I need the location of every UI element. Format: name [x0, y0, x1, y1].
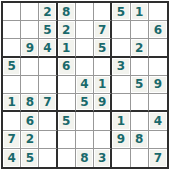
- sudoku-board: 28515276941525634159187596514729845837: [1, 1, 169, 169]
- cell-value: 7: [95, 22, 109, 37]
- sudoku-cell-r8c2[interactable]: 2: [21, 131, 39, 149]
- cell-value: 5: [132, 77, 147, 92]
- sudoku-cell-r3c7[interactable]: [112, 39, 130, 57]
- sudoku-cell-r8c7[interactable]: 9: [112, 131, 130, 149]
- cell-value: 9: [95, 95, 109, 109]
- sudoku-cell-r8c4[interactable]: [58, 131, 76, 149]
- sudoku-cell-r9c4[interactable]: [58, 149, 76, 167]
- sudoku-cell-r4c7[interactable]: 3: [112, 58, 130, 76]
- cell-value: [132, 59, 147, 74]
- cell-value: 9: [150, 77, 166, 92]
- cell-value: 5: [22, 150, 37, 166]
- cell-value: 5: [40, 22, 54, 37]
- cell-value: [4, 22, 19, 37]
- cell-value: [22, 4, 37, 19]
- sudoku-cell-r5c6[interactable]: 1: [94, 76, 112, 94]
- sudoku-cell-r6c3[interactable]: 7: [39, 94, 57, 112]
- sudoku-cell-r6c9[interactable]: [149, 94, 167, 112]
- sudoku-cell-r5c5[interactable]: 4: [76, 76, 94, 94]
- sudoku-cell-r2c4[interactable]: 2: [58, 21, 76, 39]
- cell-value: [77, 59, 92, 74]
- sudoku-cell-r1c8[interactable]: 1: [131, 3, 149, 21]
- sudoku-cell-r1c5[interactable]: [76, 3, 94, 21]
- sudoku-cell-r9c5[interactable]: 8: [76, 149, 94, 167]
- cell-value: [59, 77, 74, 92]
- cell-value: 1: [95, 77, 109, 92]
- sudoku-cell-r2c8[interactable]: [131, 21, 149, 39]
- cell-value: [150, 40, 166, 54]
- sudoku-cell-r8c6[interactable]: [94, 131, 112, 149]
- sudoku-cell-r7c7[interactable]: 1: [112, 112, 130, 130]
- cell-value: [77, 22, 92, 37]
- cell-value: [40, 132, 54, 147]
- cell-value: 8: [77, 150, 92, 166]
- sudoku-cell-r9c1[interactable]: 4: [3, 149, 21, 167]
- sudoku-cell-r4c8[interactable]: [131, 58, 149, 76]
- cell-value: 1: [113, 113, 128, 128]
- sudoku-cell-r1c6[interactable]: [94, 3, 112, 21]
- sudoku-cell-r1c4[interactable]: 8: [58, 3, 76, 21]
- cell-value: [4, 113, 19, 128]
- sudoku-cell-r6c7[interactable]: [112, 94, 130, 112]
- sudoku-cell-r7c5[interactable]: [76, 112, 94, 130]
- sudoku-cell-r3c6[interactable]: 5: [94, 39, 112, 57]
- sudoku-cell-r6c1[interactable]: 1: [3, 94, 21, 112]
- cell-value: [132, 150, 147, 166]
- cell-value: 8: [132, 132, 147, 147]
- sudoku-cell-r4c3[interactable]: [39, 58, 57, 76]
- sudoku-cell-r9c3[interactable]: [39, 149, 57, 167]
- cell-value: 6: [22, 113, 37, 128]
- cell-value: 8: [22, 95, 37, 109]
- sudoku-cell-r1c7[interactable]: 5: [112, 3, 130, 21]
- cell-value: [40, 113, 54, 128]
- cell-value: [150, 4, 166, 19]
- cell-value: [59, 95, 74, 109]
- sudoku-cell-r3c2[interactable]: 9: [21, 39, 39, 57]
- sudoku-cell-r5c1[interactable]: [3, 76, 21, 94]
- cell-value: 2: [40, 4, 54, 19]
- sudoku-cell-r9c2[interactable]: 5: [21, 149, 39, 167]
- sudoku-cell-r8c5[interactable]: [76, 131, 94, 149]
- cell-value: 2: [22, 132, 37, 147]
- cell-value: [59, 132, 74, 147]
- sudoku-cell-r6c2[interactable]: 8: [21, 94, 39, 112]
- cell-value: [132, 113, 147, 128]
- cell-value: [40, 77, 54, 92]
- sudoku-cell-r8c9[interactable]: [149, 131, 167, 149]
- cell-value: [95, 4, 109, 19]
- sudoku-cell-r4c2[interactable]: [21, 58, 39, 76]
- cell-value: [95, 59, 109, 74]
- cell-value: 7: [4, 132, 19, 147]
- sudoku-cell-r2c6[interactable]: 7: [94, 21, 112, 39]
- sudoku-cell-r5c9[interactable]: 9: [149, 76, 167, 94]
- sudoku-cell-r2c3[interactable]: 5: [39, 21, 57, 39]
- cell-value: 2: [59, 22, 74, 37]
- sudoku-cell-r2c9[interactable]: 6: [149, 21, 167, 39]
- cell-value: [113, 150, 128, 166]
- sudoku-cell-r9c6[interactable]: 3: [94, 149, 112, 167]
- cell-value: 5: [95, 40, 109, 54]
- cell-value: [22, 59, 37, 74]
- sudoku-cell-r8c8[interactable]: 8: [131, 131, 149, 149]
- cell-value: [40, 150, 54, 166]
- cell-value: 9: [113, 132, 128, 147]
- cell-value: 4: [77, 77, 92, 92]
- cell-value: [22, 77, 37, 92]
- sudoku-cell-r7c6[interactable]: [94, 112, 112, 130]
- cell-value: [150, 132, 166, 147]
- sudoku-cell-r5c2[interactable]: [21, 76, 39, 94]
- sudoku-cell-r3c9[interactable]: [149, 39, 167, 57]
- cell-value: [95, 132, 109, 147]
- cell-value: 6: [59, 59, 74, 74]
- cell-value: [77, 132, 92, 147]
- sudoku-cell-r4c5[interactable]: [76, 58, 94, 76]
- cell-value: [77, 40, 92, 54]
- cell-value: [113, 95, 128, 109]
- cell-value: [150, 95, 166, 109]
- cell-value: [40, 59, 54, 74]
- cell-value: [4, 4, 19, 19]
- cell-value: 8: [59, 4, 74, 19]
- sudoku-cell-r2c2[interactable]: [21, 21, 39, 39]
- sudoku-cell-r7c3[interactable]: [39, 112, 57, 130]
- cell-value: 4: [40, 40, 54, 54]
- sudoku-cell-r4c6[interactable]: [94, 58, 112, 76]
- cell-value: [95, 113, 109, 128]
- sudoku-cell-r3c3[interactable]: 4: [39, 39, 57, 57]
- sudoku-cell-r1c2[interactable]: [21, 3, 39, 21]
- cell-value: 5: [113, 4, 128, 19]
- sudoku-cell-r4c1[interactable]: 5: [3, 58, 21, 76]
- cell-value: [113, 77, 128, 92]
- cell-value: [132, 22, 147, 37]
- sudoku-cell-r6c8[interactable]: [131, 94, 149, 112]
- sudoku-cell-r9c8[interactable]: [131, 149, 149, 167]
- sudoku-cell-r6c6[interactable]: 9: [94, 94, 112, 112]
- sudoku-cell-r6c4[interactable]: [58, 94, 76, 112]
- sudoku-cell-r7c4[interactable]: 5: [58, 112, 76, 130]
- cell-value: 5: [4, 59, 19, 74]
- sudoku-cell-r5c4[interactable]: [58, 76, 76, 94]
- sudoku-cell-r2c7[interactable]: [112, 21, 130, 39]
- cell-value: 6: [150, 22, 166, 37]
- cell-value: 1: [132, 4, 147, 19]
- sudoku-cell-r1c3[interactable]: 2: [39, 3, 57, 21]
- sudoku-cell-r4c9[interactable]: [149, 58, 167, 76]
- cell-value: 1: [59, 40, 74, 54]
- sudoku-cell-r5c3[interactable]: [39, 76, 57, 94]
- cell-value: [4, 77, 19, 92]
- sudoku-cell-r3c1[interactable]: [3, 39, 21, 57]
- cell-value: 4: [150, 113, 166, 128]
- sudoku-cell-r9c9[interactable]: 7: [149, 149, 167, 167]
- cell-value: [77, 113, 92, 128]
- cell-value: 7: [150, 150, 166, 166]
- cell-value: [59, 150, 74, 166]
- sudoku-cell-r4c4[interactable]: 6: [58, 58, 76, 76]
- cell-value: 9: [22, 40, 37, 54]
- sudoku-cell-r3c5[interactable]: [76, 39, 94, 57]
- sudoku-cell-r7c8[interactable]: [131, 112, 149, 130]
- sudoku-cell-r5c7[interactable]: [112, 76, 130, 94]
- sudoku-cell-r2c5[interactable]: [76, 21, 94, 39]
- cell-value: [22, 22, 37, 37]
- sudoku-cell-r9c7[interactable]: [112, 149, 130, 167]
- sudoku-cell-r5c8[interactable]: 5: [131, 76, 149, 94]
- cell-value: 3: [95, 150, 109, 166]
- cell-value: [113, 22, 128, 37]
- sudoku-cell-r6c5[interactable]: 5: [76, 94, 94, 112]
- sudoku-board-container: 28515276941525634159187596514729845837: [0, 0, 170, 170]
- cell-value: [150, 59, 166, 74]
- cell-value: [113, 40, 128, 54]
- sudoku-cell-r8c1[interactable]: 7: [3, 131, 21, 149]
- cell-value: 5: [59, 113, 74, 128]
- sudoku-cell-r3c4[interactable]: 1: [58, 39, 76, 57]
- sudoku-cell-r7c9[interactable]: 4: [149, 112, 167, 130]
- cell-value: 1: [4, 95, 19, 109]
- cell-value: [132, 95, 147, 109]
- cell-value: 4: [4, 150, 19, 166]
- cell-value: 5: [77, 95, 92, 109]
- cell-value: 2: [132, 40, 147, 54]
- cell-value: [77, 4, 92, 19]
- cell-value: 3: [113, 59, 128, 74]
- sudoku-cell-r7c1[interactable]: [3, 112, 21, 130]
- sudoku-cell-r2c1[interactable]: [3, 21, 21, 39]
- sudoku-cell-r1c9[interactable]: [149, 3, 167, 21]
- sudoku-cell-r3c8[interactable]: 2: [131, 39, 149, 57]
- cell-value: [4, 40, 19, 54]
- cell-value: 7: [40, 95, 54, 109]
- sudoku-cell-r8c3[interactable]: [39, 131, 57, 149]
- sudoku-cell-r1c1[interactable]: [3, 3, 21, 21]
- sudoku-cell-r7c2[interactable]: 6: [21, 112, 39, 130]
